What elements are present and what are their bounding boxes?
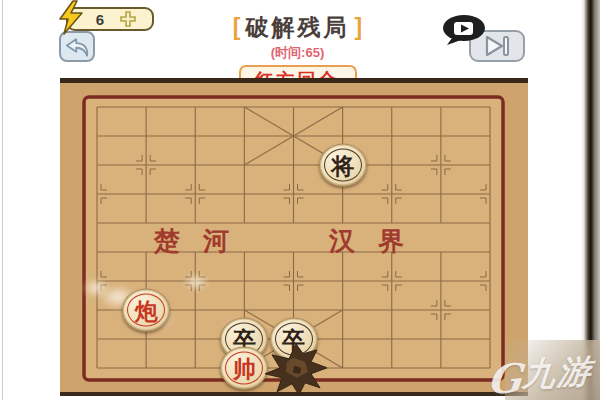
video-play-icon <box>441 14 487 46</box>
9game-logo-icon: G <box>486 354 525 400</box>
red-cannon-piece[interactable]: 炮 <box>122 289 170 332</box>
game-screen: 6 [破解残局] (时间:65) 红方回合 楚河 汉界 将炮 <box>0 0 600 400</box>
screen-left-edge <box>2 0 3 400</box>
red-general-piece[interactable]: 帅 <box>220 347 268 390</box>
piece-glyph: 炮 <box>123 290 169 331</box>
piece-glyph: 将 <box>320 145 366 186</box>
smoke-effect <box>183 274 209 290</box>
river-label-left: 楚河 <box>154 224 252 259</box>
black-general-piece[interactable]: 将 <box>319 144 367 187</box>
lightning-icon <box>56 0 86 40</box>
piece-glyph: 帅 <box>221 348 267 389</box>
watermark: G九游 <box>486 349 595 400</box>
explosion-effect <box>263 342 329 400</box>
video-hint-button[interactable] <box>441 14 487 50</box>
smoke-effect <box>82 279 110 297</box>
watermark-text: 九游 <box>521 351 595 394</box>
river-label-right: 汉界 <box>329 224 427 259</box>
